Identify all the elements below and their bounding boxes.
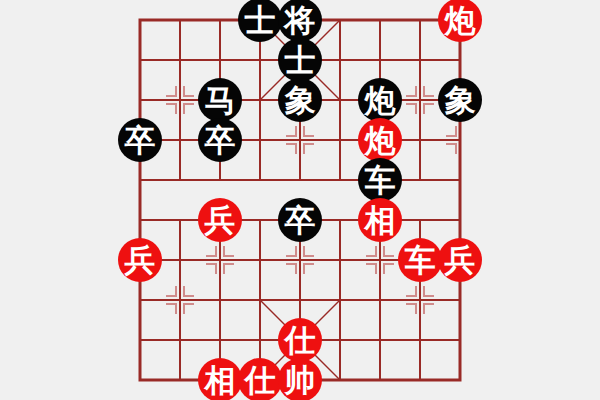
- piece-red-soldier[interactable]: 兵: [118, 238, 162, 282]
- intersection-f7r5[interactable]: [400, 200, 440, 240]
- intersection-f5r6[interactable]: [320, 240, 360, 280]
- piece-black-elephant[interactable]: 象: [438, 78, 482, 122]
- piece-red-soldier[interactable]: 兵: [198, 198, 242, 242]
- piece-black-chariot[interactable]: 车: [358, 158, 402, 202]
- intersection-f1r6[interactable]: [160, 240, 200, 280]
- intersection-f1r7[interactable]: [160, 280, 200, 320]
- piece-red-chariot[interactable]: 车: [398, 238, 442, 282]
- intersection-f7r9[interactable]: [400, 360, 440, 400]
- intersection-f3r2[interactable]: [240, 80, 280, 120]
- intersection-f3r7[interactable]: [240, 280, 280, 320]
- intersection-f6r9[interactable]: [360, 360, 400, 400]
- piece-red-elephant[interactable]: 相: [198, 358, 242, 400]
- piece-red-advisor[interactable]: 仕: [278, 318, 322, 362]
- intersection-f1r2[interactable]: [160, 80, 200, 120]
- intersection-f1r5[interactable]: [160, 200, 200, 240]
- intersection-f2r0[interactable]: [200, 0, 240, 40]
- intersection-f8r1[interactable]: [440, 40, 480, 80]
- intersection-f5r0[interactable]: [320, 0, 360, 40]
- piece-black-advisor[interactable]: 士: [238, 0, 282, 42]
- intersection-f5r4[interactable]: [320, 160, 360, 200]
- intersection-f0r0[interactable]: [120, 0, 160, 40]
- intersection-f6r7[interactable]: [360, 280, 400, 320]
- piece-black-elephant[interactable]: 象: [278, 78, 322, 122]
- intersection-f1r4[interactable]: [160, 160, 200, 200]
- intersection-f3r1[interactable]: [240, 40, 280, 80]
- intersection-f1r8[interactable]: [160, 320, 200, 360]
- piece-red-general[interactable]: 帅: [278, 358, 322, 400]
- intersection-f6r0[interactable]: [360, 0, 400, 40]
- piece-black-cannon[interactable]: 炮: [358, 78, 402, 122]
- piece-red-soldier[interactable]: 兵: [438, 238, 482, 282]
- intersection-f6r1[interactable]: [360, 40, 400, 80]
- intersection-f0r4[interactable]: [120, 160, 160, 200]
- intersection-f3r6[interactable]: [240, 240, 280, 280]
- intersection-f7r8[interactable]: [400, 320, 440, 360]
- intersection-f5r9[interactable]: [320, 360, 360, 400]
- board-grid: 士将炮士马象炮象卒卒炮车兵卒相兵车兵仕相仕帅: [120, 0, 480, 400]
- intersection-f2r1[interactable]: [200, 40, 240, 80]
- intersection-f3r3[interactable]: [240, 120, 280, 160]
- intersection-f7r1[interactable]: [400, 40, 440, 80]
- piece-black-horse[interactable]: 马: [198, 78, 242, 122]
- intersection-f2r7[interactable]: [200, 280, 240, 320]
- piece-red-advisor[interactable]: 仕: [238, 358, 282, 400]
- intersection-f6r8[interactable]: [360, 320, 400, 360]
- intersection-f4r7[interactable]: [280, 280, 320, 320]
- intersection-f0r1[interactable]: [120, 40, 160, 80]
- intersection-f1r1[interactable]: [160, 40, 200, 80]
- piece-black-soldier[interactable]: 卒: [198, 118, 242, 162]
- piece-black-soldier[interactable]: 卒: [278, 198, 322, 242]
- piece-red-elephant[interactable]: 相: [358, 198, 402, 242]
- intersection-f5r5[interactable]: [320, 200, 360, 240]
- piece-black-soldier[interactable]: 卒: [118, 118, 162, 162]
- intersection-f8r5[interactable]: [440, 200, 480, 240]
- intersection-f5r2[interactable]: [320, 80, 360, 120]
- intersection-f1r0[interactable]: [160, 0, 200, 40]
- intersection-f0r9[interactable]: [120, 360, 160, 400]
- intersection-f5r8[interactable]: [320, 320, 360, 360]
- intersection-f5r7[interactable]: [320, 280, 360, 320]
- intersection-f3r8[interactable]: [240, 320, 280, 360]
- intersection-f3r4[interactable]: [240, 160, 280, 200]
- intersection-f0r8[interactable]: [120, 320, 160, 360]
- intersection-f8r8[interactable]: [440, 320, 480, 360]
- intersection-f7r7[interactable]: [400, 280, 440, 320]
- intersection-f4r6[interactable]: [280, 240, 320, 280]
- intersection-f0r2[interactable]: [120, 80, 160, 120]
- intersection-f1r9[interactable]: [160, 360, 200, 400]
- intersection-f6r6[interactable]: [360, 240, 400, 280]
- intersection-f5r1[interactable]: [320, 40, 360, 80]
- intersection-f2r8[interactable]: [200, 320, 240, 360]
- piece-red-cannon[interactable]: 炮: [438, 0, 482, 42]
- intersection-f2r6[interactable]: [200, 240, 240, 280]
- xiangqi-board: 士将炮士马象炮象卒卒炮车兵卒相兵车兵仕相仕帅: [0, 0, 600, 400]
- intersection-f0r5[interactable]: [120, 200, 160, 240]
- intersection-f7r3[interactable]: [400, 120, 440, 160]
- intersection-f1r3[interactable]: [160, 120, 200, 160]
- intersection-f8r9[interactable]: [440, 360, 480, 400]
- intersection-f7r4[interactable]: [400, 160, 440, 200]
- intersection-f7r0[interactable]: [400, 0, 440, 40]
- intersection-f4r4[interactable]: [280, 160, 320, 200]
- intersection-f5r3[interactable]: [320, 120, 360, 160]
- piece-black-general[interactable]: 将: [278, 0, 322, 42]
- intersection-f8r7[interactable]: [440, 280, 480, 320]
- intersection-f8r4[interactable]: [440, 160, 480, 200]
- piece-black-advisor[interactable]: 士: [278, 38, 322, 82]
- intersection-f2r4[interactable]: [200, 160, 240, 200]
- intersection-f0r7[interactable]: [120, 280, 160, 320]
- intersection-f3r5[interactable]: [240, 200, 280, 240]
- intersection-f4r3[interactable]: [280, 120, 320, 160]
- intersection-f7r2[interactable]: [400, 80, 440, 120]
- intersection-f8r3[interactable]: [440, 120, 480, 160]
- piece-red-cannon[interactable]: 炮: [358, 118, 402, 162]
